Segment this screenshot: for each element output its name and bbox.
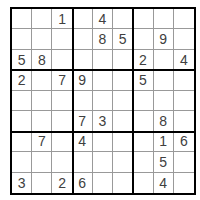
cell-r2c1[interactable] [12,29,32,49]
cell-r6c4[interactable]: 7 [73,111,93,131]
cell-r6c6[interactable] [113,111,133,131]
cell-r4c5[interactable] [93,70,113,90]
cell-r2c6[interactable]: 5 [113,29,133,49]
cell-r7c4[interactable]: 4 [73,132,93,152]
cell-r9c8[interactable]: 4 [154,173,174,193]
box-divider-vertical-1 [72,9,74,193]
cell-r5c6[interactable] [113,91,133,111]
cell-r9c7[interactable] [133,173,153,193]
box-divider-horizontal-1 [12,69,194,71]
cell-r5c3[interactable] [52,91,72,111]
cell-r6c2[interactable] [32,111,52,131]
cell-r9c4[interactable]: 6 [73,173,93,193]
cell-r8c5[interactable] [93,152,113,172]
cell-r6c5[interactable]: 3 [93,111,113,131]
cell-r2c4[interactable] [73,29,93,49]
cell-r4c2[interactable] [32,70,52,90]
cell-r4c9[interactable] [174,70,194,90]
cell-r7c6[interactable] [113,132,133,152]
cell-r6c7[interactable] [133,111,153,131]
cell-r8c3[interactable] [52,152,72,172]
cell-r1c3[interactable]: 1 [52,9,72,29]
cell-r5c7[interactable] [133,91,153,111]
cell-r7c9[interactable]: 6 [174,132,194,152]
cell-r5c4[interactable] [73,91,93,111]
cell-r9c3[interactable]: 2 [52,173,72,193]
cell-r1c7[interactable] [133,9,153,29]
cell-r5c1[interactable] [12,91,32,111]
cell-r3c2[interactable]: 8 [32,50,52,70]
cell-r7c1[interactable] [12,132,32,152]
cell-r8c9[interactable] [174,152,194,172]
sudoku-board: © LiveSudoku.com 14859582427957387416532… [10,7,196,195]
cell-r2c5[interactable]: 8 [93,29,113,49]
cell-r8c1[interactable] [12,152,32,172]
cell-r4c4[interactable]: 9 [73,70,93,90]
cell-r7c2[interactable]: 7 [32,132,52,152]
cell-r1c1[interactable] [12,9,32,29]
cell-r6c3[interactable] [52,111,72,131]
cell-r6c1[interactable] [12,111,32,131]
cell-r3c4[interactable] [73,50,93,70]
cell-r8c4[interactable] [73,152,93,172]
cell-r2c7[interactable] [133,29,153,49]
cell-r9c5[interactable] [93,173,113,193]
cell-r5c9[interactable] [174,91,194,111]
cell-r1c2[interactable] [32,9,52,29]
cell-r1c6[interactable] [113,9,133,29]
cell-r5c2[interactable] [32,91,52,111]
cell-r3c7[interactable]: 2 [133,50,153,70]
cell-r9c1[interactable]: 3 [12,173,32,193]
cell-r4c8[interactable] [154,70,174,90]
cell-r9c6[interactable] [113,173,133,193]
cell-r2c8[interactable]: 9 [154,29,174,49]
cell-r3c3[interactable] [52,50,72,70]
cell-r4c7[interactable]: 5 [133,70,153,90]
cell-r8c7[interactable] [133,152,153,172]
cell-r4c3[interactable]: 7 [52,70,72,90]
box-divider-horizontal-2 [12,131,194,133]
cell-r7c8[interactable]: 1 [154,132,174,152]
cell-r3c1[interactable]: 5 [12,50,32,70]
cell-r5c8[interactable] [154,91,174,111]
cell-r4c1[interactable]: 2 [12,70,32,90]
cell-r9c9[interactable] [174,173,194,193]
cell-r3c9[interactable]: 4 [174,50,194,70]
cell-r2c3[interactable] [52,29,72,49]
cell-r1c9[interactable] [174,9,194,29]
cell-r1c4[interactable] [73,9,93,29]
sudoku-page: © LiveSudoku.com 14859582427957387416532… [0,0,200,200]
cell-r7c5[interactable] [93,132,113,152]
cell-r2c9[interactable] [174,29,194,49]
cell-r1c5[interactable]: 4 [93,9,113,29]
cell-r8c6[interactable] [113,152,133,172]
cell-r3c5[interactable] [93,50,113,70]
cell-r6c8[interactable]: 8 [154,111,174,131]
cell-r9c2[interactable] [32,173,52,193]
cell-r7c7[interactable] [133,132,153,152]
cell-r2c2[interactable] [32,29,52,49]
cell-r6c9[interactable] [174,111,194,131]
cell-r1c8[interactable] [154,9,174,29]
box-divider-vertical-2 [132,9,134,193]
cell-r8c2[interactable] [32,152,52,172]
cell-r7c3[interactable] [52,132,72,152]
cell-r8c8[interactable]: 5 [154,152,174,172]
cell-r4c6[interactable] [113,70,133,90]
cell-r3c6[interactable] [113,50,133,70]
cell-r5c5[interactable] [93,91,113,111]
cell-r3c8[interactable] [154,50,174,70]
